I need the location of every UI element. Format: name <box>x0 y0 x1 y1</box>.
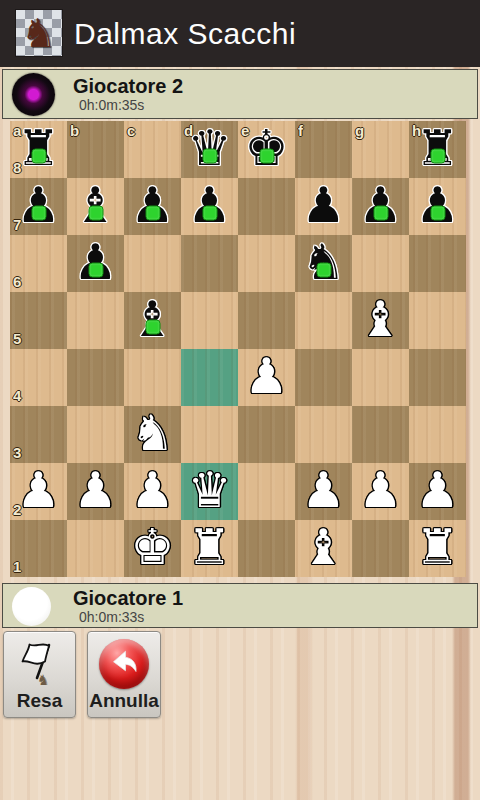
square-e5[interactable] <box>238 292 295 349</box>
piece-white-knight[interactable]: ♞ <box>124 406 181 463</box>
piece-white-bishop[interactable]: ♝ <box>352 292 409 349</box>
movable-hint-dot <box>145 319 160 334</box>
player2-clock: 0h:0m:35s <box>79 97 144 113</box>
piece-white-rook[interactable]: ♜ <box>181 520 238 577</box>
square-d5[interactable] <box>181 292 238 349</box>
square-c7[interactable]: ♟ <box>124 178 181 235</box>
square-a2[interactable]: ♟ <box>10 463 67 520</box>
square-b7[interactable]: ♝ <box>67 178 124 235</box>
square-h7[interactable]: ♟ <box>409 178 466 235</box>
square-f6[interactable]: ♞ <box>295 235 352 292</box>
square-h8[interactable]: ♜ <box>409 121 466 178</box>
square-h1[interactable]: ♜ <box>409 520 466 577</box>
square-c5[interactable]: ♝ <box>124 292 181 349</box>
square-g7[interactable]: ♟ <box>352 178 409 235</box>
movable-hint-dot <box>31 148 46 163</box>
square-a4[interactable] <box>10 349 67 406</box>
chess-board[interactable]: ♜♛♚♜♟♝♟♟♟♟♟♟♞♝♝♟♞♟♟♟♛♟♟♟♚♜♝♜abcdefgh8765… <box>10 121 466 577</box>
piece-white-queen[interactable]: ♛ <box>181 463 238 520</box>
square-f3[interactable] <box>295 406 352 463</box>
square-g5[interactable]: ♝ <box>352 292 409 349</box>
square-e1[interactable] <box>238 520 295 577</box>
square-f2[interactable]: ♟ <box>295 463 352 520</box>
knight-icon: ♞ <box>21 10 57 56</box>
undo-arrow-icon <box>90 636 158 691</box>
movable-hint-dot <box>31 205 46 220</box>
square-b2[interactable]: ♟ <box>67 463 124 520</box>
piece-black-pawn[interactable]: ♟ <box>295 178 352 235</box>
title-bar: ♞ Dalmax Scacchi <box>0 0 480 67</box>
piece-white-pawn[interactable]: ♟ <box>352 463 409 520</box>
movable-hint-dot <box>259 148 274 163</box>
square-f5[interactable] <box>295 292 352 349</box>
square-a3[interactable] <box>10 406 67 463</box>
resign-button-label: Resa <box>17 691 62 711</box>
square-a8[interactable]: ♜ <box>10 121 67 178</box>
square-g8[interactable] <box>352 121 409 178</box>
player1-bar: Giocatore 1 0h:0m:33s <box>2 583 478 628</box>
piece-white-king[interactable]: ♚ <box>124 520 181 577</box>
square-a5[interactable] <box>10 292 67 349</box>
square-c8[interactable] <box>124 121 181 178</box>
square-a1[interactable] <box>10 520 67 577</box>
square-c4[interactable] <box>124 349 181 406</box>
square-d2[interactable]: ♛ <box>181 463 238 520</box>
piece-white-pawn[interactable]: ♟ <box>10 463 67 520</box>
square-b6[interactable]: ♟ <box>67 235 124 292</box>
undo-button-label: Annulla <box>89 691 159 711</box>
app-screen: ♞ Dalmax Scacchi Giocatore 2 0h:0m:35s ♜… <box>0 0 480 800</box>
white-player-disc-icon <box>12 587 51 626</box>
square-e6[interactable] <box>238 235 295 292</box>
piece-white-pawn[interactable]: ♟ <box>238 349 295 406</box>
square-d1[interactable]: ♜ <box>181 520 238 577</box>
player1-name: Giocatore 1 <box>73 587 183 610</box>
square-b3[interactable] <box>67 406 124 463</box>
undo-button[interactable]: Annulla <box>87 631 161 718</box>
piece-white-pawn[interactable]: ♟ <box>67 463 124 520</box>
square-h4[interactable] <box>409 349 466 406</box>
square-f1[interactable]: ♝ <box>295 520 352 577</box>
square-g1[interactable] <box>352 520 409 577</box>
piece-white-pawn[interactable]: ♟ <box>295 463 352 520</box>
square-f4[interactable] <box>295 349 352 406</box>
square-d6[interactable] <box>181 235 238 292</box>
movable-hint-dot <box>88 205 103 220</box>
white-flag-icon: ♞ <box>6 636 73 691</box>
resign-button[interactable]: ♞ Resa <box>3 631 76 718</box>
square-a7[interactable]: ♟ <box>10 178 67 235</box>
piece-white-pawn[interactable]: ♟ <box>409 463 466 520</box>
player2-bar: Giocatore 2 0h:0m:35s <box>2 69 478 119</box>
player1-clock: 0h:0m:33s <box>79 609 144 625</box>
square-h3[interactable] <box>409 406 466 463</box>
svg-text:♞: ♞ <box>37 672 50 688</box>
square-g6[interactable] <box>352 235 409 292</box>
movable-hint-dot <box>316 262 331 277</box>
piece-white-bishop[interactable]: ♝ <box>295 520 352 577</box>
square-c2[interactable]: ♟ <box>124 463 181 520</box>
square-c6[interactable] <box>124 235 181 292</box>
square-f8[interactable] <box>295 121 352 178</box>
square-h6[interactable] <box>409 235 466 292</box>
app-icon: ♞ <box>16 10 62 56</box>
square-b5[interactable] <box>67 292 124 349</box>
square-c1[interactable]: ♚ <box>124 520 181 577</box>
movable-hint-dot <box>373 205 388 220</box>
movable-hint-dot <box>88 262 103 277</box>
square-h2[interactable]: ♟ <box>409 463 466 520</box>
app-title: Dalmax Scacchi <box>74 0 296 67</box>
square-e7[interactable] <box>238 178 295 235</box>
square-e2[interactable] <box>238 463 295 520</box>
square-d8[interactable]: ♛ <box>181 121 238 178</box>
square-a6[interactable] <box>10 235 67 292</box>
square-d4[interactable] <box>181 349 238 406</box>
piece-white-pawn[interactable]: ♟ <box>124 463 181 520</box>
square-g4[interactable] <box>352 349 409 406</box>
piece-white-rook[interactable]: ♜ <box>409 520 466 577</box>
square-b8[interactable] <box>67 121 124 178</box>
square-e8[interactable]: ♚ <box>238 121 295 178</box>
movable-hint-dot <box>430 205 445 220</box>
square-b1[interactable] <box>67 520 124 577</box>
square-g2[interactable]: ♟ <box>352 463 409 520</box>
movable-hint-dot <box>202 205 217 220</box>
square-h5[interactable] <box>409 292 466 349</box>
movable-hint-dot <box>145 205 160 220</box>
square-g3[interactable] <box>352 406 409 463</box>
square-e4[interactable]: ♟ <box>238 349 295 406</box>
square-d7[interactable]: ♟ <box>181 178 238 235</box>
square-d3[interactable] <box>181 406 238 463</box>
square-f7[interactable]: ♟ <box>295 178 352 235</box>
square-b4[interactable] <box>67 349 124 406</box>
square-c3[interactable]: ♞ <box>124 406 181 463</box>
black-player-disc-icon <box>12 73 55 116</box>
player2-name: Giocatore 2 <box>73 75 183 98</box>
square-e3[interactable] <box>238 406 295 463</box>
movable-hint-dot <box>202 148 217 163</box>
movable-hint-dot <box>430 148 445 163</box>
